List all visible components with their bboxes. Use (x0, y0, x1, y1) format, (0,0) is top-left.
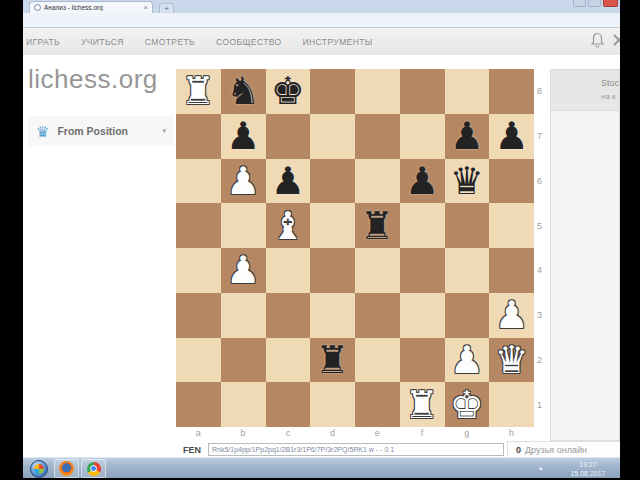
square-g2[interactable]: ♟ (445, 338, 490, 383)
piece-black-knight-b8[interactable]: ♞ (226, 69, 260, 113)
square-a6[interactable] (176, 159, 221, 204)
engine-subtitle: на к (601, 92, 616, 101)
piece-black-pawn-c6[interactable]: ♟ (271, 159, 305, 203)
square-h5[interactable] (489, 203, 534, 248)
square-h3[interactable]: ♟ (489, 293, 534, 338)
engine-panel: Stoc на к (550, 69, 620, 441)
window-close-button[interactable] (603, 0, 618, 7)
square-h8[interactable] (489, 69, 534, 114)
variant-crown-icon: ♛ (36, 124, 49, 139)
rank-label-2: 2 (537, 338, 542, 383)
browser-toolbar: ← i https://lichess.org/analysis/Rnk5/1p… (23, 13, 620, 28)
square-b7[interactable]: ♟ (221, 114, 266, 159)
square-c2[interactable] (266, 338, 311, 383)
rank-label-4: 4 (537, 248, 542, 293)
square-h6[interactable] (489, 159, 534, 204)
file-label-c: c (266, 428, 311, 438)
piece-white-queen-h2[interactable]: ♛ (495, 338, 529, 382)
tab-favicon-icon (34, 4, 41, 11)
square-d1[interactable] (310, 382, 355, 427)
taskbar-clock[interactable]: 19:27 15.08.2017 (559, 460, 617, 478)
square-f1[interactable]: ♜ (400, 382, 445, 427)
file-coordinates: abcdefgh (176, 428, 534, 438)
browser-window: Анализ - lichess.org × + ← i https://lic… (23, 0, 620, 478)
chevron-down-icon: ▾ (162, 127, 166, 135)
square-f2[interactable] (400, 338, 445, 383)
square-h1[interactable] (489, 382, 534, 427)
square-g8[interactable] (445, 69, 490, 114)
square-e1[interactable] (355, 382, 400, 427)
nav-item-3[interactable]: СООБЩЕСТВО (216, 37, 281, 47)
piece-black-rook-e5[interactable]: ♜ (360, 204, 394, 248)
engine-name: Stoc (601, 78, 619, 88)
square-b1[interactable] (221, 382, 266, 427)
lichess-logo[interactable]: lichess.org (28, 64, 158, 95)
firefox-icon (59, 461, 74, 476)
rank-label-1: 1 (537, 382, 542, 427)
tab-close-icon[interactable]: × (143, 4, 148, 11)
square-g1[interactable]: ♚ (445, 382, 490, 427)
square-c6[interactable]: ♟ (266, 159, 311, 204)
piece-black-pawn-h7[interactable]: ♟ (495, 114, 529, 158)
file-label-h: h (489, 428, 534, 438)
nav-item-0[interactable]: ИГРАТЬ (26, 37, 60, 47)
rank-label-8: 8 (537, 69, 542, 114)
square-c4[interactable] (266, 248, 311, 293)
square-b2[interactable] (221, 338, 266, 383)
window-maximize-button[interactable] (588, 0, 601, 7)
square-e7[interactable] (355, 114, 400, 159)
piece-black-pawn-f6[interactable]: ♟ (405, 159, 439, 203)
square-a8[interactable]: ♜ (176, 69, 221, 114)
square-f5[interactable] (400, 203, 445, 248)
rank-label-7: 7 (537, 114, 542, 159)
square-g7[interactable]: ♟ (445, 114, 490, 159)
square-b5[interactable] (221, 203, 266, 248)
piece-white-pawn-h3[interactable]: ♟ (495, 293, 529, 337)
rank-label-6: 6 (537, 159, 542, 204)
square-b6[interactable]: ♟ (221, 159, 266, 204)
piece-white-king-g1[interactable]: ♚ (450, 383, 484, 427)
square-a1[interactable] (176, 382, 221, 427)
file-label-e: e (355, 428, 400, 438)
piece-black-pawn-b7[interactable]: ♟ (226, 114, 260, 158)
square-d4[interactable] (310, 248, 355, 293)
square-h7[interactable]: ♟ (489, 114, 534, 159)
square-g4[interactable] (445, 248, 490, 293)
rank-label-3: 3 (537, 293, 542, 338)
chrome-icon (87, 462, 101, 476)
piece-white-rook-a8[interactable]: ♜ (181, 69, 215, 113)
fen-input[interactable]: Rnk5/1p4pp/1Pp2pq1/2B1r3/1P6/7P/3r2PQ/5R… (208, 443, 504, 456)
chess-board: ♜♞♚♟♟♟♟♟♟♛♝♜♟♟♜♟♛♜♚ (176, 69, 534, 427)
clock-time: 19:27 (559, 460, 617, 469)
square-c8[interactable]: ♚ (266, 69, 311, 114)
piece-white-pawn-g2[interactable]: ♟ (450, 338, 484, 382)
windows-flag-icon (34, 464, 44, 474)
square-c3[interactable] (266, 293, 311, 338)
square-e6[interactable] (355, 159, 400, 204)
square-g5[interactable] (445, 203, 490, 248)
square-b3[interactable] (221, 293, 266, 338)
square-e8[interactable] (355, 69, 400, 114)
square-h2[interactable]: ♛ (489, 338, 534, 383)
nav-item-1[interactable]: УЧИТЬСЯ (81, 37, 124, 47)
square-e5[interactable]: ♜ (355, 203, 400, 248)
taskbar-chrome-button[interactable] (81, 459, 106, 478)
square-c7[interactable] (266, 114, 311, 159)
rank-coordinates: 87654321 (537, 69, 542, 427)
rank-label-5: 5 (537, 203, 542, 248)
square-d2[interactable]: ♜ (310, 338, 355, 383)
square-a3[interactable] (176, 293, 221, 338)
square-e2[interactable] (355, 338, 400, 383)
square-d8[interactable] (310, 69, 355, 114)
square-d5[interactable] (310, 203, 355, 248)
file-label-d: d (310, 428, 355, 438)
square-d7[interactable] (310, 114, 355, 159)
tab-title: Анализ - lichess.org (44, 4, 140, 11)
square-a7[interactable] (176, 114, 221, 159)
variant-selector[interactable]: ♛ From Position ▾ (28, 116, 174, 146)
square-f8[interactable] (400, 69, 445, 114)
square-f3[interactable] (400, 293, 445, 338)
variant-label: From Position (57, 125, 154, 137)
start-button[interactable] (30, 460, 48, 478)
square-d6[interactable] (310, 159, 355, 204)
file-label-g: g (445, 428, 490, 438)
square-a2[interactable] (176, 338, 221, 383)
file-label-b: b (221, 428, 266, 438)
window-minimize-button[interactable] (573, 0, 586, 7)
square-b8[interactable]: ♞ (221, 69, 266, 114)
tray-expand-icon[interactable]: ▴ (539, 464, 543, 472)
piece-white-rook-f1[interactable]: ♜ (405, 383, 439, 427)
lichess-nav: ИГРАТЬУЧИТЬСЯСМОТРЕТЬСООБЩЕСТВОИНСТРУМЕН… (23, 28, 620, 55)
square-b4[interactable]: ♟ (221, 248, 266, 293)
file-label-a: a (176, 428, 221, 438)
square-h4[interactable] (489, 248, 534, 293)
piece-white-pawn-b4[interactable]: ♟ (226, 248, 260, 292)
fen-label: FEN (183, 445, 201, 455)
taskbar-firefox-button[interactable] (54, 459, 79, 478)
piece-black-king-c8[interactable]: ♚ (271, 69, 305, 113)
nav-item-4[interactable]: ИНСТРУМЕНТЫ (303, 37, 373, 47)
square-e4[interactable] (355, 248, 400, 293)
square-a4[interactable] (176, 248, 221, 293)
square-g6[interactable]: ♛ (445, 159, 490, 204)
piece-black-pawn-g7[interactable]: ♟ (450, 114, 484, 158)
piece-black-queen-g6[interactable]: ♛ (450, 159, 484, 203)
square-g3[interactable] (445, 293, 490, 338)
square-c5[interactable]: ♝ (266, 203, 311, 248)
piece-white-bishop-c5[interactable]: ♝ (271, 204, 305, 248)
notifications-bell-icon[interactable] (590, 32, 605, 48)
new-tab-button[interactable]: + (159, 3, 174, 13)
square-c1[interactable] (266, 382, 311, 427)
square-f6[interactable]: ♟ (400, 159, 445, 204)
engine-panel-header[interactable]: Stoc на к (551, 70, 619, 111)
square-d3[interactable] (310, 293, 355, 338)
browser-tab[interactable]: Анализ - lichess.org × (29, 1, 153, 13)
screenshot-stage: Анализ - lichess.org × + ← i https://lic… (0, 0, 640, 480)
nav-item-2[interactable]: СМОТРЕТЬ (145, 37, 195, 47)
challenges-swords-icon[interactable] (612, 33, 620, 47)
file-label-f: f (400, 428, 445, 438)
square-a5[interactable] (176, 203, 221, 248)
clock-date: 15.08.2017 (559, 469, 617, 478)
square-e3[interactable] (355, 293, 400, 338)
friends-online-bar[interactable]: 0 Друзья онлайн (507, 441, 620, 458)
taskbar: ▴ 19:27 15.08.2017 (23, 457, 620, 478)
square-f7[interactable] (400, 114, 445, 159)
piece-black-rook-d2[interactable]: ♜ (316, 338, 350, 382)
piece-white-pawn-b6[interactable]: ♟ (226, 159, 260, 203)
tab-strip: Анализ - lichess.org × + (23, 0, 620, 13)
friends-label: Друзья онлайн (525, 445, 587, 455)
square-f4[interactable] (400, 248, 445, 293)
friends-count: 0 (516, 445, 521, 455)
